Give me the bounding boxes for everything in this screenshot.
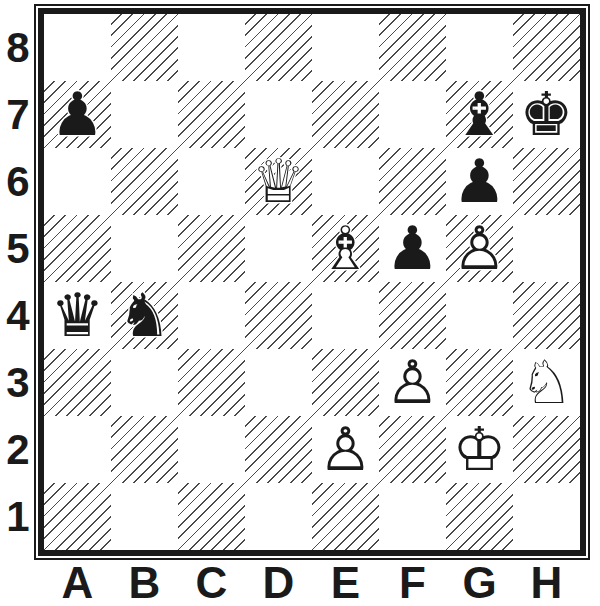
- file-label-g: G: [446, 560, 513, 606]
- square-h7[interactable]: ♚♚: [513, 81, 580, 148]
- square-f2[interactable]: [379, 416, 446, 483]
- file-label-e: E: [312, 560, 379, 606]
- square-f6[interactable]: [379, 148, 446, 215]
- square-f4[interactable]: [379, 282, 446, 349]
- square-c4[interactable]: [178, 282, 245, 349]
- rank-label-1: 1: [2, 483, 34, 550]
- square-g6[interactable]: ♟♟: [446, 148, 513, 215]
- square-g4[interactable]: [446, 282, 513, 349]
- square-g3[interactable]: [446, 349, 513, 416]
- square-f8[interactable]: [379, 14, 446, 81]
- rank-labels: 87654321: [2, 4, 34, 550]
- black-pawn[interactable]: ♟♟: [44, 81, 111, 148]
- chess-diagram: 87654321 ♟♟♝♝♚♚♛♕♟♟♝♗♟♟♟♙♛♛♞♞♟♙♞♘♟♙♚♔ AB…: [0, 0, 600, 606]
- black-pawn[interactable]: ♟♟: [446, 148, 513, 215]
- white-pawn-glyph: ♙: [312, 416, 379, 483]
- white-bishop[interactable]: ♝♗: [312, 215, 379, 282]
- square-d7[interactable]: [245, 81, 312, 148]
- square-e3[interactable]: [312, 349, 379, 416]
- square-a4[interactable]: ♛♛: [44, 282, 111, 349]
- black-king-glyph: ♚: [513, 81, 580, 148]
- square-a8[interactable]: [44, 14, 111, 81]
- square-b6[interactable]: [111, 148, 178, 215]
- square-b8[interactable]: [111, 14, 178, 81]
- square-d8[interactable]: [245, 14, 312, 81]
- file-label-a: A: [44, 560, 111, 606]
- square-b3[interactable]: [111, 349, 178, 416]
- square-d6[interactable]: ♛♕: [245, 148, 312, 215]
- square-c2[interactable]: [178, 416, 245, 483]
- square-c1[interactable]: [178, 483, 245, 550]
- square-d5[interactable]: [245, 215, 312, 282]
- square-b5[interactable]: [111, 215, 178, 282]
- square-f5[interactable]: ♟♟: [379, 215, 446, 282]
- square-c3[interactable]: [178, 349, 245, 416]
- black-king[interactable]: ♚♚: [513, 81, 580, 148]
- square-c6[interactable]: [178, 148, 245, 215]
- square-g5[interactable]: ♟♙: [446, 215, 513, 282]
- square-f7[interactable]: [379, 81, 446, 148]
- square-f1[interactable]: [379, 483, 446, 550]
- board-frame: ♟♟♝♝♚♚♛♕♟♟♝♗♟♟♟♙♛♛♞♞♟♙♞♘♟♙♚♔: [34, 4, 590, 560]
- file-label-c: C: [178, 560, 245, 606]
- square-d2[interactable]: [245, 416, 312, 483]
- rank-label-7: 7: [2, 81, 34, 148]
- black-knight[interactable]: ♞♞: [111, 282, 178, 349]
- file-label-d: D: [245, 560, 312, 606]
- square-b2[interactable]: [111, 416, 178, 483]
- square-a1[interactable]: [44, 483, 111, 550]
- rank-label-3: 3: [2, 349, 34, 416]
- square-h6[interactable]: [513, 148, 580, 215]
- white-queen[interactable]: ♛♕: [245, 148, 312, 215]
- square-a3[interactable]: [44, 349, 111, 416]
- black-bishop-glyph: ♝: [446, 81, 513, 148]
- square-b4[interactable]: ♞♞: [111, 282, 178, 349]
- square-e2[interactable]: ♟♙: [312, 416, 379, 483]
- white-knight-glyph: ♘: [513, 349, 580, 416]
- square-a2[interactable]: [44, 416, 111, 483]
- square-e4[interactable]: [312, 282, 379, 349]
- black-pawn[interactable]: ♟♟: [379, 215, 446, 282]
- black-queen[interactable]: ♛♛: [44, 282, 111, 349]
- square-h2[interactable]: [513, 416, 580, 483]
- board-frame-inner: ♟♟♝♝♚♚♛♕♟♟♝♗♟♟♟♙♛♛♞♞♟♙♞♘♟♙♚♔: [38, 8, 586, 556]
- square-h1[interactable]: [513, 483, 580, 550]
- square-g1[interactable]: [446, 483, 513, 550]
- white-king[interactable]: ♚♔: [446, 416, 513, 483]
- square-a6[interactable]: [44, 148, 111, 215]
- white-bishop-glyph: ♗: [312, 215, 379, 282]
- file-label-f: F: [379, 560, 446, 606]
- square-h5[interactable]: [513, 215, 580, 282]
- black-pawn-glyph: ♟: [446, 148, 513, 215]
- black-bishop[interactable]: ♝♝: [446, 81, 513, 148]
- white-pawn-glyph: ♙: [446, 215, 513, 282]
- square-c8[interactable]: [178, 14, 245, 81]
- square-g2[interactable]: ♚♔: [446, 416, 513, 483]
- square-c5[interactable]: [178, 215, 245, 282]
- black-knight-glyph: ♞: [111, 282, 178, 349]
- rank-label-4: 4: [2, 282, 34, 349]
- white-pawn[interactable]: ♟♙: [312, 416, 379, 483]
- white-pawn-glyph: ♙: [379, 349, 446, 416]
- white-knight[interactable]: ♞♘: [513, 349, 580, 416]
- square-d4[interactable]: [245, 282, 312, 349]
- square-a5[interactable]: [44, 215, 111, 282]
- square-e7[interactable]: [312, 81, 379, 148]
- white-queen-glyph: ♕: [245, 148, 312, 215]
- file-labels: ABCDEFGH: [44, 560, 600, 606]
- square-f3[interactable]: ♟♙: [379, 349, 446, 416]
- black-queen-glyph: ♛: [44, 282, 111, 349]
- square-d1[interactable]: [245, 483, 312, 550]
- white-pawn[interactable]: ♟♙: [446, 215, 513, 282]
- square-h4[interactable]: [513, 282, 580, 349]
- rank-label-2: 2: [2, 416, 34, 483]
- chess-board: ♟♟♝♝♚♚♛♕♟♟♝♗♟♟♟♙♛♛♞♞♟♙♞♘♟♙♚♔: [44, 14, 580, 550]
- square-d3[interactable]: [245, 349, 312, 416]
- square-e8[interactable]: [312, 14, 379, 81]
- square-e1[interactable]: [312, 483, 379, 550]
- file-label-h: H: [513, 560, 580, 606]
- black-pawn-glyph: ♟: [379, 215, 446, 282]
- rank-label-8: 8: [2, 14, 34, 81]
- square-h8[interactable]: [513, 14, 580, 81]
- square-g7[interactable]: ♝♝: [446, 81, 513, 148]
- file-label-b: B: [111, 560, 178, 606]
- rank-label-5: 5: [2, 215, 34, 282]
- square-b7[interactable]: [111, 81, 178, 148]
- square-e6[interactable]: [312, 148, 379, 215]
- square-e5[interactable]: ♝♗: [312, 215, 379, 282]
- square-g8[interactable]: [446, 14, 513, 81]
- square-c7[interactable]: [178, 81, 245, 148]
- rank-label-6: 6: [2, 148, 34, 215]
- square-h3[interactable]: ♞♘: [513, 349, 580, 416]
- white-pawn[interactable]: ♟♙: [379, 349, 446, 416]
- white-king-glyph: ♔: [446, 416, 513, 483]
- black-pawn-glyph: ♟: [44, 81, 111, 148]
- square-a7[interactable]: ♟♟: [44, 81, 111, 148]
- square-b1[interactable]: [111, 483, 178, 550]
